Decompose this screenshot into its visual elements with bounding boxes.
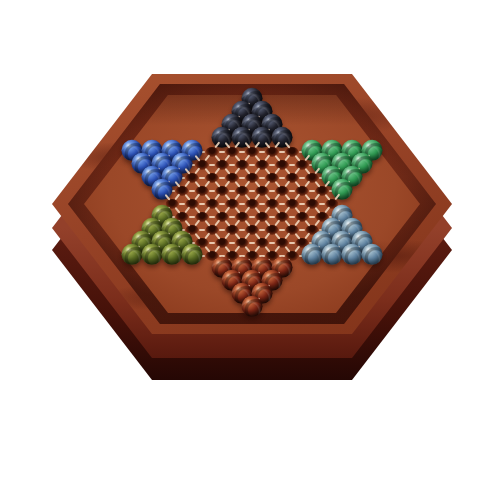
- guide-dash: [234, 194, 240, 201]
- marble-olive-green[interactable]: [162, 244, 183, 265]
- guide-dash: [279, 229, 286, 231]
- guide-dash: [234, 246, 240, 253]
- guide-dash: [244, 181, 250, 188]
- guide-dash: [209, 164, 216, 166]
- guide-dash: [239, 151, 246, 153]
- guide-dash: [294, 246, 300, 253]
- guide-dash: [284, 155, 290, 162]
- guide-dash: [314, 220, 320, 227]
- guide-dash: [189, 216, 196, 218]
- guide-dash: [284, 181, 290, 188]
- guide-dash: [264, 207, 270, 214]
- guide-dash: [289, 216, 296, 218]
- guide-dash: [234, 168, 240, 175]
- guide-dash: [224, 155, 230, 162]
- guide-dash: [219, 229, 226, 231]
- guide-dash: [324, 207, 330, 214]
- guide-dash: [249, 216, 256, 218]
- guide-dash: [189, 190, 196, 192]
- guide-dash: [284, 207, 290, 214]
- guide-dash: [259, 177, 266, 179]
- guide-dash: [214, 194, 220, 201]
- guide-dash: [184, 181, 190, 188]
- guide-dash: [289, 242, 296, 244]
- guide-dash: [194, 194, 200, 201]
- guide-dash: [219, 203, 226, 205]
- guide-dash: [224, 233, 230, 240]
- marble-blue[interactable]: [152, 179, 173, 200]
- guide-dash: [244, 155, 250, 162]
- guide-dash: [309, 190, 316, 192]
- marble-steel-blue[interactable]: [342, 244, 363, 265]
- guide-dash: [274, 220, 280, 227]
- guide-dash: [244, 233, 250, 240]
- guide-dash: [279, 151, 286, 153]
- guide-dash: [269, 190, 276, 192]
- guide-dash: [249, 190, 256, 192]
- marble-olive-green[interactable]: [182, 244, 203, 265]
- guide-dash: [284, 233, 290, 240]
- product-photo-stage: [0, 0, 500, 500]
- guide-dash: [304, 181, 310, 188]
- guide-dash: [294, 168, 300, 175]
- marble-steel-blue[interactable]: [322, 244, 343, 265]
- guide-dash: [299, 177, 306, 179]
- guide-dash: [244, 207, 250, 214]
- guide-dash: [209, 242, 216, 244]
- guide-dash: [204, 233, 210, 240]
- board-grid: [0, 0, 500, 500]
- guide-dash: [274, 194, 280, 201]
- guide-dash: [239, 203, 246, 205]
- guide-dash: [239, 229, 246, 231]
- guide-dash: [229, 164, 236, 166]
- guide-dash: [279, 177, 286, 179]
- guide-dash: [184, 207, 190, 214]
- guide-dash: [259, 229, 266, 231]
- guide-dash: [319, 203, 326, 205]
- guide-dash: [239, 177, 246, 179]
- marble-olive-green[interactable]: [122, 244, 143, 265]
- guide-dash: [299, 229, 306, 231]
- guide-dash: [304, 207, 310, 214]
- guide-dash: [199, 177, 206, 179]
- guide-dash: [194, 168, 200, 175]
- guide-dash: [294, 194, 300, 201]
- guide-dash: [174, 194, 180, 201]
- guide-dash: [214, 220, 220, 227]
- guide-dash: [264, 233, 270, 240]
- guide-dash: [269, 164, 276, 166]
- guide-dash: [219, 151, 226, 153]
- guide-dash: [299, 203, 306, 205]
- guide-dash: [254, 168, 260, 175]
- guide-dash: [274, 246, 280, 253]
- guide-dash: [289, 190, 296, 192]
- guide-dash: [269, 216, 276, 218]
- guide-dash: [199, 229, 206, 231]
- guide-dash: [254, 246, 260, 253]
- guide-dash: [204, 155, 210, 162]
- guide-dash: [254, 220, 260, 227]
- guide-dash: [279, 203, 286, 205]
- guide-dash: [294, 220, 300, 227]
- guide-dash: [314, 194, 320, 201]
- guide-dash: [209, 190, 216, 192]
- guide-dash: [264, 181, 270, 188]
- guide-dash: [179, 203, 186, 205]
- guide-dash: [194, 220, 200, 227]
- guide-dash: [229, 242, 236, 244]
- guide-dash: [234, 220, 240, 227]
- guide-dash: [274, 168, 280, 175]
- guide-dash: [269, 242, 276, 244]
- guide-dash: [204, 207, 210, 214]
- guide-dash: [224, 207, 230, 214]
- guide-dash: [264, 155, 270, 162]
- marble-olive-green[interactable]: [142, 244, 163, 265]
- guide-dash: [224, 181, 230, 188]
- guide-dash: [214, 246, 220, 253]
- guide-dash: [209, 216, 216, 218]
- marble-steel-blue[interactable]: [362, 244, 383, 265]
- guide-dash: [259, 203, 266, 205]
- guide-dash: [309, 216, 316, 218]
- marble-steel-blue[interactable]: [302, 244, 323, 265]
- guide-dash: [289, 164, 296, 166]
- guide-dash: [254, 194, 260, 201]
- marble-red-black-swirl[interactable]: [242, 296, 263, 317]
- guide-dash: [199, 203, 206, 205]
- guide-dash: [219, 177, 226, 179]
- guide-dash: [249, 164, 256, 166]
- guide-dash: [204, 181, 210, 188]
- guide-dash: [229, 190, 236, 192]
- guide-dash: [214, 168, 220, 175]
- guide-dash: [259, 151, 266, 153]
- guide-dash: [304, 233, 310, 240]
- guide-dash: [249, 242, 256, 244]
- guide-dash: [229, 216, 236, 218]
